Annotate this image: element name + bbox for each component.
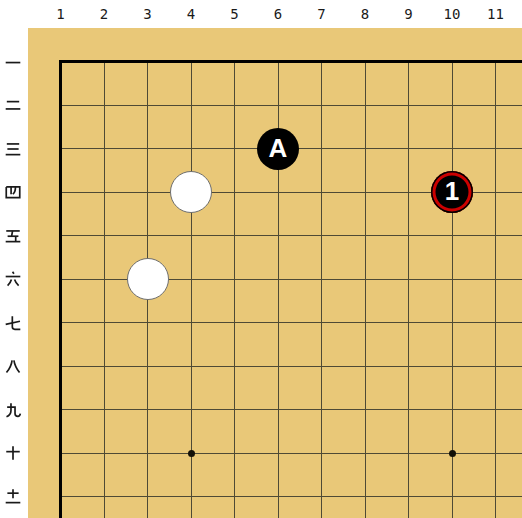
grid-line-horizontal: [60, 322, 522, 323]
row-label: [4, 227, 22, 245]
board-edge-left: [59, 60, 62, 518]
column-label: 4: [176, 4, 206, 24]
row-label: [4, 314, 22, 332]
row-label-glyph-4: [4, 183, 22, 201]
grid-line-vertical: [365, 61, 366, 518]
row-label: [4, 53, 22, 71]
white-stone: [127, 258, 169, 300]
goban[interactable]: [28, 28, 522, 518]
black-stone-1: 1: [431, 171, 473, 213]
column-label: 6: [263, 4, 293, 24]
row-label: [4, 357, 22, 375]
grid-line-horizontal: [60, 496, 522, 497]
row-label-glyph-10: [4, 444, 22, 462]
row-label-glyph-7: [4, 314, 22, 332]
row-label-glyph-8: [4, 357, 22, 375]
stone-label: 1: [445, 178, 459, 204]
column-label: 1: [46, 4, 76, 24]
row-labels: [0, 0, 28, 518]
grid-line-horizontal: [60, 105, 522, 106]
grid-line-vertical: [234, 61, 235, 518]
row-label: [4, 140, 22, 158]
column-label: 2: [89, 4, 119, 24]
column-label: 7: [307, 4, 337, 24]
row-label: [4, 488, 22, 506]
row-label: [4, 401, 22, 419]
row-label-glyph-3: [4, 140, 22, 158]
column-labels: 1234567891011: [0, 0, 522, 28]
white-stone: [170, 171, 212, 213]
stone-label: A: [269, 135, 288, 161]
grid-line-horizontal: [60, 235, 522, 236]
column-label: 3: [133, 4, 163, 24]
row-label: [4, 270, 22, 288]
grid-line-vertical: [408, 61, 409, 518]
column-label: 8: [350, 4, 380, 24]
row-label-glyph-5: [4, 227, 22, 245]
row-label-glyph-11: [4, 488, 22, 506]
grid-line-horizontal: [60, 409, 522, 410]
row-label-glyph-1: [4, 53, 22, 71]
row-label: [4, 96, 22, 114]
grid-line-vertical: [104, 61, 105, 518]
black-stone-A: A: [257, 128, 299, 170]
row-label-glyph-9: [4, 401, 22, 419]
row-label-glyph-6: [4, 270, 22, 288]
column-label: 11: [481, 4, 511, 24]
go-diagram: 1234567891011 A1: [0, 0, 522, 518]
row-label-glyph-2: [4, 96, 22, 114]
star-point: [188, 450, 195, 457]
grid-line-horizontal: [60, 366, 522, 367]
star-point: [449, 450, 456, 457]
grid-line-vertical: [321, 61, 322, 518]
row-label: [4, 444, 22, 462]
board-edge-top: [59, 60, 522, 63]
grid-line-vertical: [495, 61, 496, 518]
column-label: 9: [394, 4, 424, 24]
column-label: 10: [437, 4, 467, 24]
row-label: [4, 183, 22, 201]
column-label: 5: [220, 4, 250, 24]
